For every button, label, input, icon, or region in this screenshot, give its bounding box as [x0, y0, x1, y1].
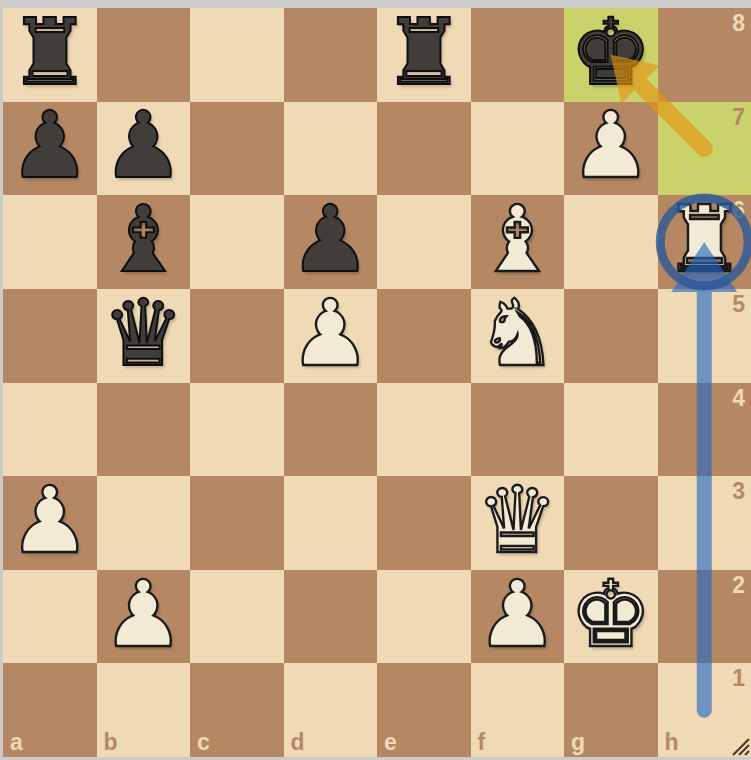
- square-d5[interactable]: ♟: [284, 289, 378, 383]
- square-f7[interactable]: [471, 102, 565, 196]
- file-label-f: f: [478, 731, 486, 754]
- square-c3[interactable]: [190, 476, 284, 570]
- board-resize-handle-icon[interactable]: [732, 738, 750, 756]
- square-d4[interactable]: [284, 383, 378, 477]
- square-f8[interactable]: [471, 8, 565, 102]
- square-d8[interactable]: [284, 8, 378, 102]
- square-e1[interactable]: e: [377, 663, 471, 757]
- square-b5[interactable]: ♛: [97, 289, 191, 383]
- square-h8[interactable]: 8: [658, 8, 751, 102]
- square-g7[interactable]: ♟: [564, 102, 658, 196]
- square-h3[interactable]: 3: [658, 476, 751, 570]
- white-pawn[interactable]: ♟: [9, 475, 91, 567]
- square-f3[interactable]: ♛: [471, 476, 565, 570]
- square-f1[interactable]: f: [471, 663, 565, 757]
- file-label-h: h: [665, 731, 679, 754]
- black-rook[interactable]: ♜: [383, 7, 465, 99]
- square-c1[interactable]: c: [190, 663, 284, 757]
- black-pawn[interactable]: ♟: [9, 100, 91, 192]
- square-h4[interactable]: 4: [658, 383, 751, 477]
- square-g4[interactable]: [564, 383, 658, 477]
- square-d3[interactable]: [284, 476, 378, 570]
- rank-label-2: 2: [732, 574, 745, 597]
- square-d1[interactable]: d: [284, 663, 378, 757]
- square-e7[interactable]: [377, 102, 471, 196]
- square-a2[interactable]: [3, 570, 97, 664]
- white-pawn[interactable]: ♟: [476, 569, 558, 661]
- white-bishop[interactable]: ♝: [476, 194, 558, 286]
- square-b1[interactable]: b: [97, 663, 191, 757]
- square-c2[interactable]: [190, 570, 284, 664]
- black-king[interactable]: ♚: [570, 7, 652, 99]
- square-b4[interactable]: [97, 383, 191, 477]
- square-a8[interactable]: ♜: [3, 8, 97, 102]
- square-f6[interactable]: ♝: [471, 195, 565, 289]
- file-label-c: c: [197, 731, 210, 754]
- rank-label-6: 6: [732, 199, 745, 222]
- chess-board[interactable]: ♜♜♚8♟♟♟7♝♟♝♜6♛♟♞54♟♛3♟♟♚2abcdefg1h: [3, 8, 751, 757]
- square-e3[interactable]: [377, 476, 471, 570]
- file-label-g: g: [571, 731, 585, 754]
- white-knight[interactable]: ♞: [476, 288, 558, 380]
- square-a3[interactable]: ♟: [3, 476, 97, 570]
- square-d7[interactable]: [284, 102, 378, 196]
- square-h6[interactable]: ♜6: [658, 195, 751, 289]
- square-e6[interactable]: [377, 195, 471, 289]
- rank-label-1: 1: [732, 667, 745, 690]
- file-label-d: d: [291, 731, 305, 754]
- square-b2[interactable]: ♟: [97, 570, 191, 664]
- square-g2[interactable]: ♚: [564, 570, 658, 664]
- square-f5[interactable]: ♞: [471, 289, 565, 383]
- rank-label-5: 5: [732, 293, 745, 316]
- white-pawn[interactable]: ♟: [289, 288, 371, 380]
- white-pawn[interactable]: ♟: [102, 569, 184, 661]
- black-rook[interactable]: ♜: [9, 7, 91, 99]
- black-pawn[interactable]: ♟: [289, 194, 371, 286]
- square-g5[interactable]: [564, 289, 658, 383]
- square-a4[interactable]: [3, 383, 97, 477]
- square-c6[interactable]: [190, 195, 284, 289]
- square-h2[interactable]: 2: [658, 570, 751, 664]
- square-a6[interactable]: [3, 195, 97, 289]
- square-g1[interactable]: g: [564, 663, 658, 757]
- square-h7[interactable]: 7: [658, 102, 751, 196]
- rank-label-7: 7: [732, 106, 745, 129]
- square-e8[interactable]: ♜: [377, 8, 471, 102]
- square-c4[interactable]: [190, 383, 284, 477]
- square-a5[interactable]: [3, 289, 97, 383]
- square-d2[interactable]: [284, 570, 378, 664]
- square-a7[interactable]: ♟: [3, 102, 97, 196]
- file-label-e: e: [384, 731, 397, 754]
- square-f4[interactable]: [471, 383, 565, 477]
- square-g8[interactable]: ♚: [564, 8, 658, 102]
- square-g6[interactable]: [564, 195, 658, 289]
- square-c7[interactable]: [190, 102, 284, 196]
- square-g3[interactable]: [564, 476, 658, 570]
- square-b3[interactable]: [97, 476, 191, 570]
- square-h5[interactable]: 5: [658, 289, 751, 383]
- page: ♜♜♚8♟♟♟7♝♟♝♜6♛♟♞54♟♛3♟♟♚2abcdefg1h: [0, 0, 751, 760]
- square-b6[interactable]: ♝: [97, 195, 191, 289]
- file-label-a: a: [10, 731, 23, 754]
- black-queen[interactable]: ♛: [102, 288, 184, 380]
- white-king[interactable]: ♚: [570, 569, 652, 661]
- square-c5[interactable]: [190, 289, 284, 383]
- rank-label-3: 3: [732, 480, 745, 503]
- square-e4[interactable]: [377, 383, 471, 477]
- rank-label-4: 4: [732, 387, 745, 410]
- black-bishop[interactable]: ♝: [102, 194, 184, 286]
- black-pawn[interactable]: ♟: [102, 100, 184, 192]
- square-b8[interactable]: [97, 8, 191, 102]
- square-b7[interactable]: ♟: [97, 102, 191, 196]
- white-pawn[interactable]: ♟: [570, 100, 652, 192]
- square-c8[interactable]: [190, 8, 284, 102]
- square-a1[interactable]: a: [3, 663, 97, 757]
- file-label-b: b: [104, 731, 118, 754]
- rank-label-8: 8: [732, 12, 745, 35]
- square-f2[interactable]: ♟: [471, 570, 565, 664]
- white-queen[interactable]: ♛: [476, 475, 558, 567]
- square-d6[interactable]: ♟: [284, 195, 378, 289]
- square-e5[interactable]: [377, 289, 471, 383]
- square-e2[interactable]: [377, 570, 471, 664]
